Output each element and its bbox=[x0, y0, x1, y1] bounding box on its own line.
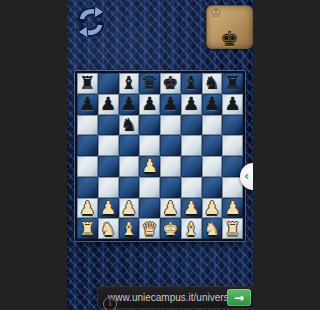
square-c4[interactable] bbox=[119, 156, 140, 177]
square-e3[interactable] bbox=[160, 177, 181, 198]
white-pawn: ♟ bbox=[121, 199, 137, 217]
square-g4[interactable] bbox=[202, 156, 223, 177]
square-e6[interactable] bbox=[160, 115, 181, 136]
square-f3[interactable] bbox=[181, 177, 202, 198]
square-c1[interactable]: ♝ bbox=[119, 218, 140, 239]
rotate-board-button[interactable] bbox=[73, 5, 109, 39]
square-a5[interactable] bbox=[77, 135, 98, 156]
square-d6[interactable] bbox=[139, 115, 160, 136]
square-b7[interactable]: ♟ bbox=[98, 94, 119, 115]
square-g3[interactable] bbox=[202, 177, 223, 198]
black-pawn: ♟ bbox=[79, 95, 95, 113]
chevron-left-icon: ‹ bbox=[244, 168, 249, 184]
app-screen: ♔ ♚ ♜♝♛♚♝♞♜♟♟♟♟♟♟♟♟♞♟♟♟♟♟♟♟♟♜♞♝♛♚♝♞♜ ‹ w… bbox=[67, 0, 253, 310]
player-tile-button[interactable]: ♔ ♚ bbox=[206, 5, 253, 49]
square-f1[interactable]: ♝ bbox=[181, 218, 202, 239]
square-h6[interactable] bbox=[222, 115, 243, 136]
square-a7[interactable]: ♟ bbox=[77, 94, 98, 115]
square-f8[interactable]: ♝ bbox=[181, 73, 202, 94]
square-h7[interactable]: ♟ bbox=[222, 94, 243, 115]
square-a3[interactable] bbox=[77, 177, 98, 198]
square-h1[interactable]: ♜ bbox=[222, 218, 243, 239]
square-d3[interactable] bbox=[139, 177, 160, 198]
white-rook: ♜ bbox=[225, 220, 241, 238]
square-f7[interactable]: ♟ bbox=[181, 94, 202, 115]
black-pawn: ♟ bbox=[121, 95, 137, 113]
white-pawn: ♟ bbox=[183, 199, 199, 217]
square-h5[interactable] bbox=[222, 135, 243, 156]
square-c2[interactable]: ♟ bbox=[119, 198, 140, 219]
square-a6[interactable] bbox=[77, 115, 98, 136]
square-b3[interactable] bbox=[98, 177, 119, 198]
square-g5[interactable] bbox=[202, 135, 223, 156]
square-a8[interactable]: ♜ bbox=[77, 73, 98, 94]
square-g8[interactable]: ♞ bbox=[202, 73, 223, 94]
ad-banner[interactable]: www.uniecampus.it/universi.. → bbox=[97, 286, 253, 309]
white-queen: ♛ bbox=[142, 220, 158, 238]
square-g1[interactable]: ♞ bbox=[202, 218, 223, 239]
square-d1[interactable]: ♛ bbox=[139, 218, 160, 239]
black-pawn: ♟ bbox=[142, 95, 158, 113]
white-pawn: ♟ bbox=[225, 199, 241, 217]
white-bishop: ♝ bbox=[183, 220, 199, 238]
black-pawn: ♟ bbox=[225, 95, 241, 113]
white-rook: ♜ bbox=[79, 220, 95, 238]
white-pawn: ♟ bbox=[79, 199, 95, 217]
square-b4[interactable] bbox=[98, 156, 119, 177]
arrow-right-icon: → bbox=[234, 292, 244, 304]
black-rook: ♜ bbox=[79, 74, 95, 92]
square-g6[interactable] bbox=[202, 115, 223, 136]
crown-sketch-icon: ♔ bbox=[210, 6, 222, 20]
black-knight: ♞ bbox=[204, 74, 220, 92]
black-bishop: ♝ bbox=[121, 74, 137, 92]
square-e1[interactable]: ♚ bbox=[160, 218, 181, 239]
square-e4[interactable] bbox=[160, 156, 181, 177]
black-king: ♚ bbox=[162, 74, 178, 92]
square-e7[interactable]: ♟ bbox=[160, 94, 181, 115]
white-king: ♚ bbox=[162, 220, 178, 238]
square-e5[interactable] bbox=[160, 135, 181, 156]
square-b2[interactable]: ♟ bbox=[98, 198, 119, 219]
black-pawn: ♟ bbox=[100, 95, 116, 113]
square-d8[interactable]: ♛ bbox=[139, 73, 160, 94]
black-pawn: ♟ bbox=[204, 95, 220, 113]
square-f2[interactable]: ♟ bbox=[181, 198, 202, 219]
ad-info-icon[interactable]: i bbox=[103, 297, 117, 310]
white-pawn: ♟ bbox=[162, 199, 178, 217]
square-e8[interactable]: ♚ bbox=[160, 73, 181, 94]
white-pawn: ♟ bbox=[204, 199, 220, 217]
black-knight: ♞ bbox=[121, 116, 137, 134]
black-queen: ♛ bbox=[142, 74, 158, 92]
white-pawn: ♟ bbox=[142, 157, 158, 175]
square-f4[interactable] bbox=[181, 156, 202, 177]
square-b5[interactable] bbox=[98, 135, 119, 156]
square-h2[interactable]: ♟ bbox=[222, 198, 243, 219]
white-knight: ♞ bbox=[204, 220, 220, 238]
square-b6[interactable] bbox=[98, 115, 119, 136]
white-pawn: ♟ bbox=[100, 199, 116, 217]
square-c5[interactable] bbox=[119, 135, 140, 156]
square-f5[interactable] bbox=[181, 135, 202, 156]
black-pawn: ♟ bbox=[162, 95, 178, 113]
black-rook: ♜ bbox=[225, 74, 241, 92]
square-c7[interactable]: ♟ bbox=[119, 94, 140, 115]
square-c6[interactable]: ♞ bbox=[119, 115, 140, 136]
square-f6[interactable] bbox=[181, 115, 202, 136]
chess-board: ♜♝♛♚♝♞♜♟♟♟♟♟♟♟♟♞♟♟♟♟♟♟♟♟♜♞♝♛♚♝♞♜ bbox=[75, 71, 245, 241]
square-d5[interactable] bbox=[139, 135, 160, 156]
white-knight: ♞ bbox=[100, 220, 116, 238]
white-bishop: ♝ bbox=[121, 220, 137, 238]
square-d2[interactable] bbox=[139, 198, 160, 219]
black-king-icon: ♚ bbox=[207, 29, 252, 50]
square-a1[interactable]: ♜ bbox=[77, 218, 98, 239]
ad-cta-button[interactable]: → bbox=[227, 289, 251, 306]
square-e2[interactable]: ♟ bbox=[160, 198, 181, 219]
square-d7[interactable]: ♟ bbox=[139, 94, 160, 115]
square-b1[interactable]: ♞ bbox=[98, 218, 119, 239]
square-c3[interactable] bbox=[119, 177, 140, 198]
square-a4[interactable] bbox=[77, 156, 98, 177]
square-d4[interactable]: ♟ bbox=[139, 156, 160, 177]
ad-url-text: www.uniecampus.it/universi.. bbox=[108, 287, 236, 308]
square-g7[interactable]: ♟ bbox=[202, 94, 223, 115]
square-g2[interactable]: ♟ bbox=[202, 198, 223, 219]
black-bishop: ♝ bbox=[183, 74, 199, 92]
rotate-arrows-icon bbox=[73, 5, 109, 39]
square-c8[interactable]: ♝ bbox=[119, 73, 140, 94]
black-pawn: ♟ bbox=[183, 95, 199, 113]
square-a2[interactable]: ♟ bbox=[77, 198, 98, 219]
square-h8[interactable]: ♜ bbox=[222, 73, 243, 94]
square-b8[interactable] bbox=[98, 73, 119, 94]
